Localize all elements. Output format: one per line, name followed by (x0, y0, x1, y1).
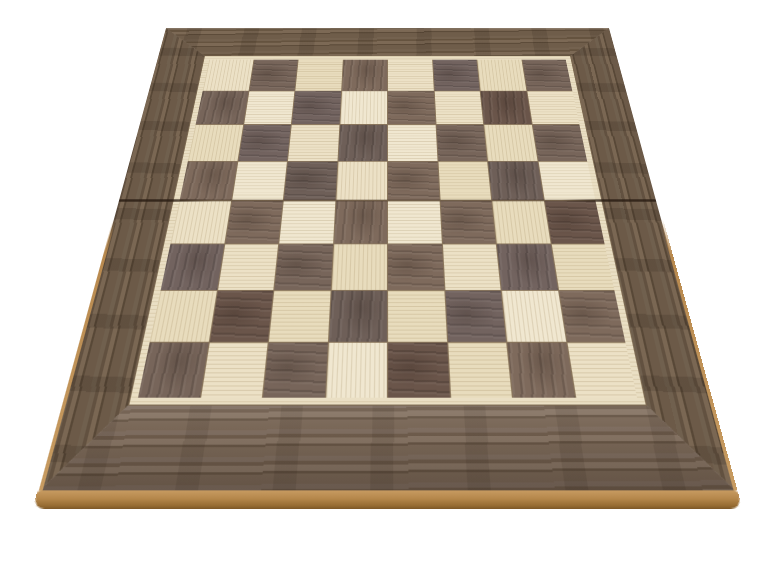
square-b4[interactable] (225, 201, 283, 243)
square-d7[interactable] (340, 91, 387, 124)
square-g3[interactable] (497, 244, 558, 290)
square-c2[interactable] (269, 291, 330, 341)
square-f8[interactable] (433, 60, 480, 91)
fold-seam (119, 199, 656, 201)
square-c5[interactable] (284, 161, 337, 200)
square-c3[interactable] (274, 244, 332, 290)
square-c7[interactable] (292, 91, 341, 124)
square-a1[interactable] (138, 342, 208, 397)
square-e3[interactable] (388, 244, 444, 290)
square-h1[interactable] (567, 342, 637, 397)
square-g7[interactable] (481, 91, 532, 124)
square-b7[interactable] (244, 91, 295, 124)
square-g4[interactable] (492, 201, 550, 243)
square-e1[interactable] (388, 342, 449, 397)
square-d6[interactable] (338, 125, 387, 161)
square-f3[interactable] (442, 244, 500, 290)
square-d2[interactable] (329, 291, 387, 341)
square-e6[interactable] (388, 125, 437, 161)
photo-background (0, 0, 768, 576)
square-g5[interactable] (488, 161, 543, 200)
square-a4[interactable] (171, 201, 231, 243)
square-d4[interactable] (334, 201, 387, 243)
board-frame-top (158, 28, 616, 56)
square-d1[interactable] (326, 342, 387, 397)
square-h4[interactable] (544, 201, 604, 243)
square-g2[interactable] (502, 291, 566, 341)
square-h7[interactable] (527, 91, 579, 124)
square-c1[interactable] (263, 342, 327, 397)
square-h5[interactable] (538, 161, 595, 200)
square-g6[interactable] (484, 125, 537, 161)
board-frame-bottom (40, 406, 735, 491)
square-f1[interactable] (448, 342, 512, 397)
square-b2[interactable] (209, 291, 273, 341)
square-g8[interactable] (477, 60, 526, 91)
square-e8[interactable] (388, 60, 433, 91)
square-h2[interactable] (559, 291, 625, 341)
square-f7[interactable] (434, 91, 483, 124)
square-f4[interactable] (440, 201, 496, 243)
square-e5[interactable] (388, 161, 439, 200)
square-h3[interactable] (551, 244, 614, 290)
square-h6[interactable] (532, 125, 587, 161)
square-a6[interactable] (188, 125, 243, 161)
square-h8[interactable] (522, 60, 572, 91)
square-b1[interactable] (201, 342, 268, 397)
board-bottom-edge (32, 490, 742, 509)
square-f6[interactable] (436, 125, 487, 161)
square-c8[interactable] (295, 60, 342, 91)
square-f5[interactable] (438, 161, 491, 200)
playing-area (128, 56, 647, 406)
square-d5[interactable] (336, 161, 387, 200)
square-e7[interactable] (388, 91, 435, 124)
square-e2[interactable] (388, 291, 446, 341)
square-d3[interactable] (331, 244, 387, 290)
square-g1[interactable] (507, 342, 574, 397)
square-c6[interactable] (288, 125, 339, 161)
chess-board (35, 28, 740, 509)
square-e4[interactable] (388, 201, 441, 243)
square-a7[interactable] (196, 91, 248, 124)
square-a5[interactable] (180, 161, 237, 200)
squares-grid (138, 60, 637, 398)
square-a3[interactable] (161, 244, 224, 290)
square-b6[interactable] (238, 125, 291, 161)
square-b8[interactable] (249, 60, 298, 91)
square-a2[interactable] (150, 291, 216, 341)
square-b3[interactable] (218, 244, 279, 290)
square-f2[interactable] (445, 291, 506, 341)
square-b5[interactable] (232, 161, 287, 200)
square-d8[interactable] (342, 60, 387, 91)
square-c4[interactable] (279, 201, 335, 243)
square-a8[interactable] (203, 60, 253, 91)
